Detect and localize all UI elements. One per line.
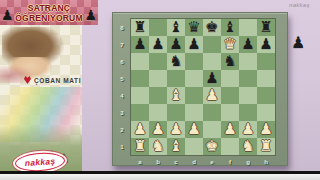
square-c6[interactable]: ♞ [167,53,185,70]
square-h4[interactable] [257,87,275,104]
square-f6[interactable]: ♞ [221,53,239,70]
square-e6[interactable] [203,53,221,70]
square-b1[interactable]: ♞ [149,138,167,155]
window-bottom-strip [0,174,320,180]
square-g4[interactable] [239,87,257,104]
piece-black-bishop[interactable]: ♝ [223,19,236,36]
chess-board: 87654321 ♜♝♛♚♝♜♟♟♟♟♛♟♟♞♞♟♝♟♟♟♟♟♟♟♟♜♞♝♚♞♜… [112,12,288,166]
nakkas-logo-text: nakkaş [24,156,55,168]
square-g2[interactable]: ♟ [239,121,257,138]
piece-black-pawn[interactable]: ♟ [133,36,146,53]
square-b8[interactable] [149,19,167,36]
square-a2[interactable]: ♟ [131,121,149,138]
square-a4[interactable] [131,87,149,104]
square-g6[interactable] [239,53,257,70]
square-e1[interactable]: ♚ [203,138,221,155]
file-label-a: a [131,156,149,167]
square-c7[interactable]: ♟ [167,36,185,53]
piece-white-rook[interactable]: ♜ [133,138,146,155]
square-e7[interactable] [203,36,221,53]
square-h2[interactable]: ♟ [257,121,275,138]
left-panel: ÇOBAN MATI ♜ ♟ ♟ nakkaş [0,25,82,172]
square-d2[interactable]: ♟ [185,121,203,138]
piece-white-knight[interactable]: ♞ [151,138,164,155]
square-a8[interactable]: ♜ [131,19,149,36]
piece-black-rook[interactable]: ♜ [133,19,146,36]
square-f3[interactable] [221,104,239,121]
file-label-b: b [149,156,167,167]
piece-white-rook[interactable]: ♜ [259,138,272,155]
square-g1[interactable]: ♞ [239,138,257,155]
piece-white-queen[interactable]: ♛ [223,36,236,53]
piece-black-king[interactable]: ♚ [205,19,218,36]
rank-label-4: 4 [113,87,131,104]
lesson-label: ÇOBAN MATI [34,77,81,84]
square-e2[interactable] [203,121,221,138]
square-d3[interactable] [185,104,203,121]
square-d1[interactable] [185,138,203,155]
piece-black-rook[interactable]: ♜ [259,19,272,36]
square-d6[interactable] [185,53,203,70]
square-d4[interactable] [185,87,203,104]
file-label-c: c [167,156,185,167]
piece-black-pawn[interactable]: ♟ [151,36,164,53]
captured-black-pawn-icon: ♟ [291,33,305,52]
square-f8[interactable]: ♝ [221,19,239,36]
square-f1[interactable] [221,138,239,155]
square-g8[interactable] [239,19,257,36]
rank-label-2: 2 [113,121,131,138]
rank-label-6: 6 [113,53,131,70]
rank-label-1: 1 [113,138,131,155]
square-c5[interactable] [167,70,185,87]
piece-black-knight[interactable]: ♞ [223,53,236,70]
square-c2[interactable]: ♟ [167,121,185,138]
app-title-line2: ÖĞRENİYORUM [15,13,84,23]
square-h5[interactable] [257,70,275,87]
app-window: nakkaş 87654321 ♜♝♛♚♝♜♟♟♟♟♛♟♟♞♞♟♝♟♟♟♟♟♟♟… [0,0,320,180]
square-b4[interactable] [149,87,167,104]
piece-black-pawn[interactable]: ♟ [241,36,254,53]
piece-black-pawn[interactable]: ♟ [259,36,272,53]
square-g5[interactable] [239,70,257,87]
square-a7[interactable]: ♟ [131,36,149,53]
file-labels: abcdefgh [131,156,275,167]
square-b3[interactable] [149,104,167,121]
square-a5[interactable] [131,70,149,87]
watermark-text: nakkaş [289,2,310,8]
rank-label-5: 5 [113,70,131,87]
square-c1[interactable]: ♝ [167,138,185,155]
rank-label-3: 3 [113,104,131,121]
file-label-d: d [185,156,203,167]
app-title: SATRANÇ ÖĞRENİYORUM [15,3,84,23]
rank-label-7: 7 [113,36,131,53]
square-b5[interactable] [149,70,167,87]
square-a1[interactable]: ♜ [131,138,149,155]
piece-black-pawn[interactable]: ♟ [169,36,182,53]
square-f4[interactable] [221,87,239,104]
file-label-h: h [257,156,275,167]
square-h3[interactable] [257,104,275,121]
rank-label-8: 8 [113,19,131,36]
black-pawn-icon: ♟ [1,7,14,23]
piece-black-knight[interactable]: ♞ [169,53,182,70]
title-banner: ♟ SATRANÇ ÖĞRENİYORUM ♟ [0,0,98,25]
piece-white-pawn[interactable]: ♟ [259,121,272,138]
piece-white-pawn[interactable]: ♟ [151,121,164,138]
piece-white-pawn[interactable]: ♟ [169,121,182,138]
piece-white-pawn[interactable]: ♟ [187,121,200,138]
square-a6[interactable] [131,53,149,70]
square-b2[interactable]: ♟ [149,121,167,138]
square-e4[interactable]: ♟ [203,87,221,104]
black-pawn-icon: ♟ [84,7,97,23]
piece-white-bishop[interactable]: ♝ [169,87,182,104]
square-f7[interactable]: ♛ [221,36,239,53]
square-g7[interactable]: ♟ [239,36,257,53]
square-h7[interactable]: ♟ [257,36,275,53]
square-b7[interactable]: ♟ [149,36,167,53]
file-label-e: e [203,156,221,167]
piece-white-pawn[interactable]: ♟ [223,121,236,138]
piece-white-knight[interactable]: ♞ [241,138,254,155]
app-title-line1: SATRANÇ [15,3,84,13]
square-d8[interactable]: ♛ [185,19,203,36]
piece-black-queen[interactable]: ♛ [187,19,200,36]
piece-white-pawn[interactable]: ♟ [241,121,254,138]
square-f5[interactable] [221,70,239,87]
square-e5[interactable]: ♟ [203,70,221,87]
file-label-g: g [239,156,257,167]
square-h1[interactable]: ♜ [257,138,275,155]
square-a3[interactable] [131,104,149,121]
file-label-f: f [221,156,239,167]
piece-black-pawn[interactable]: ♟ [187,36,200,53]
square-f2[interactable]: ♟ [221,121,239,138]
square-h8[interactable]: ♜ [257,19,275,36]
square-b6[interactable] [149,53,167,70]
square-d7[interactable]: ♟ [185,36,203,53]
piece-white-pawn[interactable]: ♟ [205,87,218,104]
square-g3[interactable] [239,104,257,121]
piece-white-king[interactable]: ♚ [205,138,218,155]
square-h6[interactable] [257,53,275,70]
square-e3[interactable] [203,104,221,121]
square-c8[interactable]: ♝ [167,19,185,36]
square-e8[interactable]: ♚ [203,19,221,36]
square-c3[interactable] [167,104,185,121]
tulip-icon [24,76,31,84]
square-d5[interactable] [185,70,203,87]
piece-white-pawn[interactable]: ♟ [133,121,146,138]
piece-black-bishop[interactable]: ♝ [169,19,182,36]
piece-black-pawn[interactable]: ♟ [205,70,218,87]
square-c4[interactable]: ♝ [167,87,185,104]
lesson-item-coban-mati[interactable]: ÇOBAN MATI [24,76,81,84]
piece-white-bishop[interactable]: ♝ [169,138,182,155]
rank-labels: 87654321 [113,19,131,155]
board-grid[interactable]: ♜♝♛♚♝♜♟♟♟♟♛♟♟♞♞♟♝♟♟♟♟♟♟♟♟♜♞♝♚♞♜ [131,19,275,155]
